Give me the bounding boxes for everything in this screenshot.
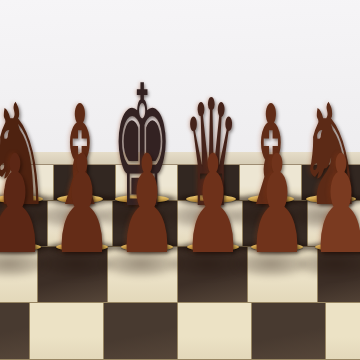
square-c4 xyxy=(252,303,325,359)
square-f4 xyxy=(30,303,103,359)
piece-pawn-b2: ♟ xyxy=(291,137,360,273)
rank-row-4 xyxy=(0,303,360,359)
square-e4 xyxy=(104,303,177,359)
chess-set-photo: ♞♝♚♛♝♞♟♟♟♟♟♟ xyxy=(0,0,360,360)
square-g4 xyxy=(0,303,29,359)
square-d4 xyxy=(178,303,251,359)
square-b4 xyxy=(326,303,360,359)
